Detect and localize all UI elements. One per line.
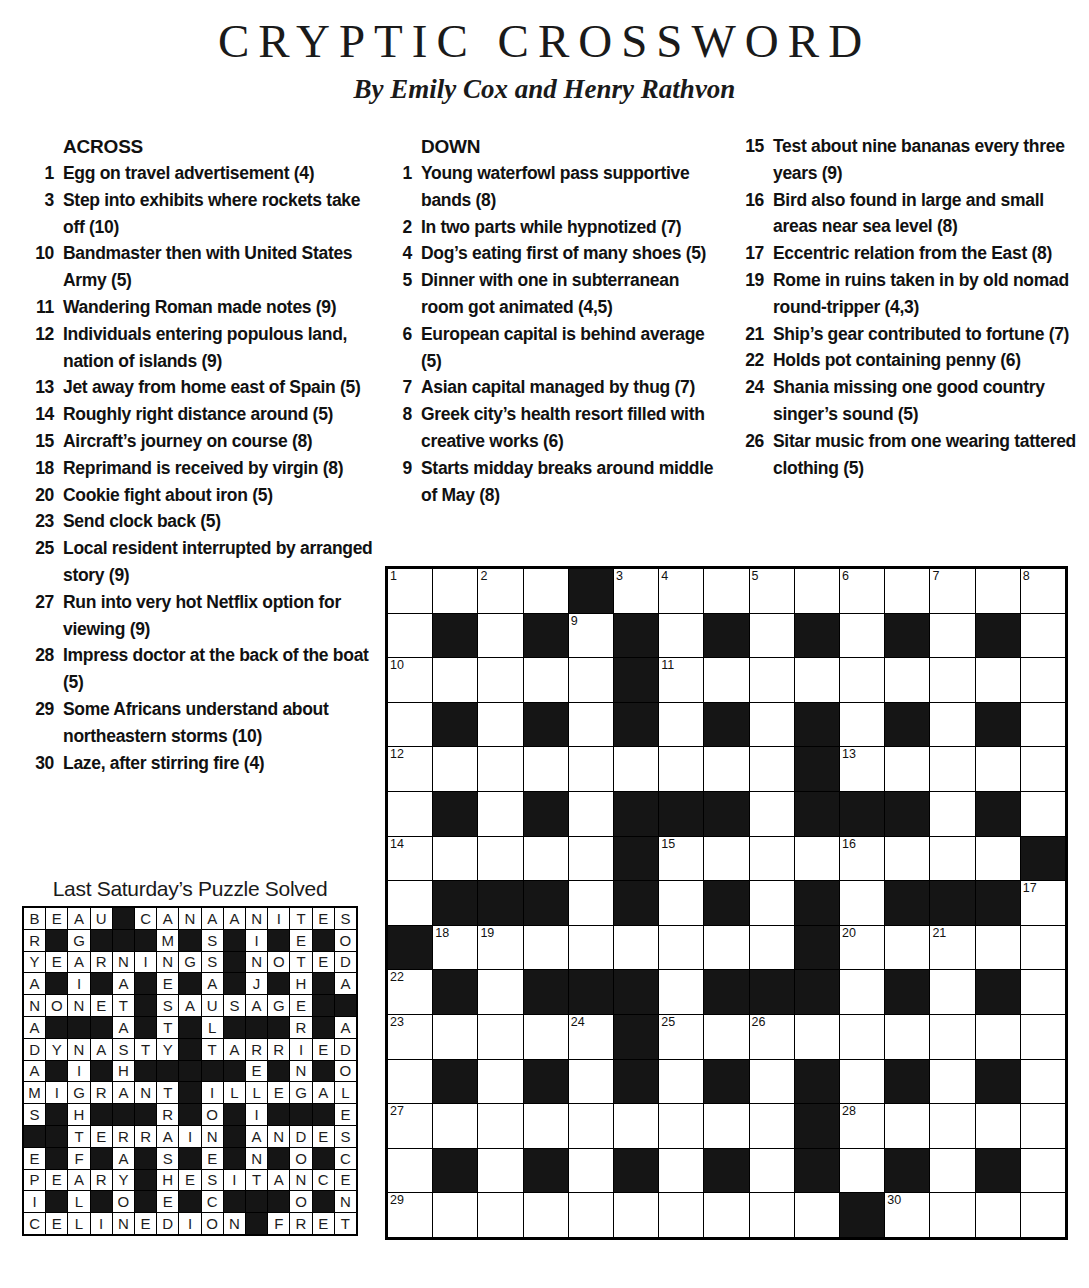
grid-cell-r13c12[interactable] [885, 1104, 929, 1148]
cell-letter: A [74, 1171, 84, 1188]
grid-cell-r2c3[interactable] [478, 614, 522, 658]
black-cell [433, 1060, 477, 1104]
grid-cell-r12c1[interactable] [388, 1060, 432, 1104]
cell-number: 16 [842, 837, 856, 851]
grid-cell-r5c5[interactable] [569, 747, 613, 791]
black-cell [46, 1126, 67, 1147]
clue-27: 27Run into very hot Netflix option for v… [28, 589, 380, 643]
grid-cell-r4c5[interactable] [569, 703, 613, 747]
grid-cell-r5c9: U [202, 995, 223, 1016]
grid-cell-r5c9[interactable] [750, 747, 794, 791]
grid-cell-r9c5[interactable] [569, 926, 613, 970]
grid-cell-r8c1[interactable] [388, 881, 432, 925]
grid-cell-r9c12[interactable] [885, 926, 929, 970]
clue-text: In two parts while hypnotized (7) [421, 214, 724, 241]
grid-cell-r11c11[interactable] [840, 1015, 884, 1059]
cell-letter: G [73, 932, 85, 949]
grid-cell-r13c14[interactable] [976, 1104, 1020, 1148]
grid-cell-r3c13[interactable] [930, 658, 974, 702]
grid-cell-r11c7[interactable]: 25 [659, 1015, 703, 1059]
grid-cell-r15c10[interactable] [795, 1193, 839, 1237]
grid-cell-r10c7[interactable] [659, 970, 703, 1014]
grid-cell-r14c13[interactable] [930, 1149, 974, 1193]
clue-12: 12Individuals entering populous land, na… [28, 321, 380, 375]
clue-13: 13Jet away from home east of Spain (5) [28, 374, 380, 401]
grid-cell-r9c15: L [335, 1082, 356, 1103]
grid-cell-r8c9[interactable] [750, 881, 794, 925]
cell-letter: O [295, 1193, 307, 1210]
grid-cell-r9c3: G [68, 1082, 89, 1103]
grid-cell-r1c7[interactable]: 4 [659, 569, 703, 613]
cell-letter: A [163, 910, 173, 927]
cell-letter: R [162, 1106, 173, 1123]
grid-cell-r9c2[interactable]: 18 [433, 926, 477, 970]
clue-text: Greek city’s health resort filled with c… [421, 401, 724, 455]
grid-cell-r3c12: O [268, 952, 289, 973]
grid-cell-r9c6[interactable] [614, 926, 658, 970]
grid-cell-r1c9[interactable]: 5 [750, 569, 794, 613]
grid-cell-r14c1[interactable] [388, 1149, 432, 1193]
grid-cell-r13c5[interactable] [569, 1104, 613, 1148]
grid-cell-r7c9[interactable] [750, 837, 794, 881]
grid-cell-r3c5[interactable] [569, 658, 613, 702]
grid-cell-r13c2: E [46, 1170, 67, 1191]
cell-letter: N [74, 997, 85, 1014]
grid-cell-r11c9[interactable]: 26 [750, 1015, 794, 1059]
grid-cell-r14c5[interactable] [569, 1149, 613, 1193]
cell-letter: I [55, 1084, 59, 1101]
black-cell [433, 703, 477, 747]
cell-letter: N [207, 1128, 218, 1145]
grid-cell-r7c7[interactable]: 15 [659, 837, 703, 881]
grid-cell-r6c3[interactable] [478, 792, 522, 836]
grid-cell-r8c7[interactable] [659, 881, 703, 925]
grid-cell-r2c3: G [68, 930, 89, 951]
grid-cell-r11c13[interactable] [930, 1015, 974, 1059]
clue-8: 8Greek city’s health resort filled with … [386, 401, 724, 455]
grid-cell-r3c4[interactable] [524, 658, 568, 702]
grid-cell-r9c15[interactable] [1021, 926, 1065, 970]
grid-cell-r5c12[interactable] [885, 747, 929, 791]
grid-cell-r4c1: A [24, 973, 45, 994]
cell-number: 24 [571, 1015, 585, 1029]
grid-cell-r3c9[interactable] [750, 658, 794, 702]
cell-letter: N [340, 1193, 351, 1210]
grid-cell-r3c11[interactable] [840, 658, 884, 702]
black-cell [313, 1017, 334, 1038]
grid-cell-r2c7[interactable] [659, 614, 703, 658]
cell-letter: L [75, 1215, 83, 1232]
grid-cell-r7c13: I [290, 1039, 311, 1060]
grid-cell-r13c8: E [179, 1170, 200, 1191]
cell-letter: E [52, 953, 62, 970]
grid-cell-r2c1[interactable] [388, 614, 432, 658]
black-cell [179, 973, 200, 994]
grid-cell-r5c6[interactable] [614, 747, 658, 791]
clue-text: Sitar music from one wearing tattered cl… [773, 428, 1087, 482]
grid-cell-r13c2[interactable] [433, 1104, 477, 1148]
grid-cell-r13c15[interactable] [1021, 1104, 1065, 1148]
grid-cell-r5c14[interactable] [976, 747, 1020, 791]
grid-cell-r1c6[interactable]: 3 [614, 569, 658, 613]
grid-cell-r6c13: R [290, 1017, 311, 1038]
grid-cell-r15c13[interactable] [930, 1193, 974, 1237]
solved-crossword-grid: BEAUCANAANITESRGMSIEOYEARNINGSNOTEDAIAEA… [22, 906, 358, 1236]
clue-16: 16Bird also found in large and small are… [738, 187, 1087, 241]
grid-cell-r4c9[interactable] [750, 703, 794, 747]
clue-22: 22Holds pot containing penny (6) [738, 347, 1087, 374]
grid-cell-r15c4[interactable] [524, 1193, 568, 1237]
grid-cell-r3c3[interactable] [478, 658, 522, 702]
grid-cell-r15c5[interactable] [569, 1193, 613, 1237]
grid-cell-r12c3[interactable] [478, 1060, 522, 1104]
grid-cell-r3c12[interactable] [885, 658, 929, 702]
grid-cell-r1c12[interactable] [885, 569, 929, 613]
clue-number: 5 [386, 267, 412, 294]
grid-cell-r13c1: P [24, 1170, 45, 1191]
black-cell [46, 1104, 67, 1125]
cell-letter: L [208, 1019, 216, 1036]
grid-cell-r13c15: E [335, 1170, 356, 1191]
clue-text: Cookie fight about iron (5) [63, 482, 380, 509]
cell-letter: S [163, 997, 173, 1014]
grid-cell-r10c3[interactable] [478, 970, 522, 1014]
cell-letter: E [52, 910, 62, 927]
grid-cell-r3c7[interactable]: 11 [659, 658, 703, 702]
grid-cell-r12c9: E [202, 1148, 223, 1169]
grid-cell-r5c11[interactable]: 13 [840, 747, 884, 791]
grid-cell-r8c11[interactable] [840, 881, 884, 925]
grid-cell-r12c9[interactable] [750, 1060, 794, 1104]
grid-cell-r12c13: O [290, 1148, 311, 1169]
grid-cell-r11c1[interactable]: 23 [388, 1015, 432, 1059]
grid-cell-r7c5[interactable] [569, 837, 613, 881]
grid-cell-r15c6[interactable] [614, 1193, 658, 1237]
grid-cell-r11c5[interactable]: 24 [569, 1015, 613, 1059]
grid-cell-r15c3[interactable] [478, 1193, 522, 1237]
grid-cell-r7c12[interactable] [885, 837, 929, 881]
cell-letter: D [340, 953, 351, 970]
grid-cell-r7c5: S [113, 1039, 134, 1060]
cell-number: 9 [571, 614, 578, 628]
clue-15: 15Test about nine bananas every three ye… [738, 133, 1087, 187]
grid-cell-r10c15[interactable] [1021, 970, 1065, 1014]
grid-cell-r11c3[interactable] [478, 1015, 522, 1059]
grid-cell-r4c13[interactable] [930, 703, 974, 747]
grid-cell-r12c5[interactable] [569, 1060, 613, 1104]
clue-text: Local resident interrupted by arranged s… [63, 535, 380, 589]
grid-cell-r9c4[interactable] [524, 926, 568, 970]
grid-cell-r2c11[interactable] [840, 614, 884, 658]
cell-letter: S [207, 953, 217, 970]
grid-cell-r13c4[interactable] [524, 1104, 568, 1148]
cell-letter: E [96, 1128, 106, 1145]
grid-cell-r11c12[interactable] [885, 1015, 929, 1059]
grid-cell-r11c4[interactable] [524, 1015, 568, 1059]
clue-text: Rome in ruins taken in by old nomad roun… [773, 267, 1087, 321]
grid-cell-r12c15[interactable] [1021, 1060, 1065, 1104]
grid-cell-r4c11[interactable] [840, 703, 884, 747]
grid-cell-r11c14: E [313, 1126, 334, 1147]
grid-cell-r11c10[interactable] [795, 1015, 839, 1059]
cell-letter: E [252, 1062, 262, 1079]
grid-cell-r12c11[interactable] [840, 1060, 884, 1104]
grid-cell-r3c10[interactable] [795, 658, 839, 702]
black-cell [91, 1191, 112, 1212]
black-cell [885, 703, 929, 747]
cell-letter: A [30, 975, 40, 992]
grid-cell-r4c15[interactable] [1021, 703, 1065, 747]
grid-cell-r10c13[interactable] [930, 970, 974, 1014]
grid-cell-r15c8[interactable] [704, 1193, 748, 1237]
black-cell [224, 1148, 245, 1169]
black-cell [290, 1104, 311, 1125]
grid-cell-r6c5[interactable] [569, 792, 613, 836]
black-cell [135, 1191, 156, 1212]
grid-cell-r15c5: N [113, 1213, 134, 1234]
black-cell [224, 952, 245, 973]
cell-letter: E [318, 953, 328, 970]
grid-cell-r13c8[interactable] [704, 1104, 748, 1148]
grid-cell-r12c1: E [24, 1148, 45, 1169]
cell-letter: S [30, 1106, 40, 1123]
black-cell [614, 1149, 658, 1193]
cell-letter: E [274, 1084, 284, 1101]
black-cell [246, 1213, 267, 1234]
grid-cell-r6c15[interactable] [1021, 792, 1065, 836]
black-cell [179, 1061, 200, 1082]
clue-text: Step into exhibits where rock­ets take o… [63, 187, 380, 241]
clue-text: European capital is behind aver­age (5) [421, 321, 724, 375]
cell-letter: M [162, 932, 175, 949]
grid-cell-r14c9[interactable] [750, 1149, 794, 1193]
grid-cell-r13c3[interactable] [478, 1104, 522, 1148]
clue-number: 21 [738, 321, 764, 348]
grid-cell-r5c4[interactable] [524, 747, 568, 791]
grid-cell-r1c10: A [224, 908, 245, 929]
cell-number: 26 [752, 1015, 766, 1029]
grid-cell-r2c9[interactable] [750, 614, 794, 658]
grid-cell-r8c15[interactable]: 17 [1021, 881, 1065, 925]
grid-cell-r3c14[interactable] [976, 658, 1020, 702]
grid-cell-r13c13[interactable] [930, 1104, 974, 1148]
grid-cell-r1c15[interactable]: 8 [1021, 569, 1065, 613]
grid-cell-r7c13[interactable] [930, 837, 974, 881]
clue-text: Test about nine bananas every three year… [773, 133, 1087, 187]
grid-cell-r7c4[interactable] [524, 837, 568, 881]
grid-cell-r5c1[interactable]: 12 [388, 747, 432, 791]
grid-cell-r14c15[interactable] [1021, 1149, 1065, 1193]
cell-letter: E [318, 1128, 328, 1145]
cell-letter: N [185, 910, 196, 927]
grid-cell-r6c1[interactable] [388, 792, 432, 836]
grid-cell-r9c8[interactable] [704, 926, 748, 970]
grid-cell-r7c2[interactable] [433, 837, 477, 881]
black-cell [224, 973, 245, 994]
grid-cell-r5c7: S [157, 995, 178, 1016]
grid-cell-r2c13[interactable] [930, 614, 974, 658]
cell-letter: F [274, 1215, 283, 1232]
clue-number: 3 [28, 187, 54, 214]
grid-cell-r9c9[interactable] [750, 926, 794, 970]
grid-cell-r9c11[interactable]: 20 [840, 926, 884, 970]
grid-cell-r10c1[interactable]: 22 [388, 970, 432, 1014]
black-cell [704, 703, 748, 747]
cell-number: 11 [661, 658, 674, 672]
grid-cell-r15c8: I [179, 1213, 200, 1234]
grid-cell-r3c2[interactable] [433, 658, 477, 702]
grid-cell-r5c7[interactable] [659, 747, 703, 791]
grid-cell-r7c4: A [91, 1039, 112, 1060]
grid-cell-r5c15[interactable] [1021, 747, 1065, 791]
grid-cell-r14c3: L [68, 1191, 89, 1212]
grid-cell-r7c11[interactable]: 16 [840, 837, 884, 881]
clue-text: Jet away from home east of Spain (5) [63, 374, 380, 401]
black-cell [313, 930, 334, 951]
black-cell [976, 1149, 1020, 1193]
grid-cell-r12c13[interactable] [930, 1060, 974, 1104]
grid-cell-r15c2[interactable] [433, 1193, 477, 1237]
cell-letter: N [29, 997, 40, 1014]
grid-cell-r13c4: R [91, 1170, 112, 1191]
grid-cell-r7c8[interactable] [704, 837, 748, 881]
black-cell [157, 1061, 178, 1082]
grid-cell-r9c9: I [202, 1082, 223, 1103]
grid-cell-r14c11[interactable] [840, 1149, 884, 1193]
grid-cell-r4c5: A [113, 973, 134, 994]
black-cell [46, 930, 67, 951]
grid-cell-r2c15[interactable] [1021, 614, 1065, 658]
grid-cell-r10c11[interactable] [840, 970, 884, 1014]
black-cell [524, 1060, 568, 1104]
grid-cell-r3c1[interactable]: 10 [388, 658, 432, 702]
grid-cell-r9c3[interactable]: 19 [478, 926, 522, 970]
grid-cell-r14c7[interactable] [659, 1149, 703, 1193]
grid-cell-r7c1[interactable]: 14 [388, 837, 432, 881]
black-cell [885, 1149, 929, 1193]
grid-cell-r1c1[interactable]: 1 [388, 569, 432, 613]
grid-cell-r9c13[interactable]: 21 [930, 926, 974, 970]
grid-cell-r1c3[interactable]: 2 [478, 569, 522, 613]
grid-cell-r11c8[interactable] [704, 1015, 748, 1059]
grid-cell-r5c8[interactable] [704, 747, 748, 791]
cell-letter: R [251, 1041, 262, 1058]
cell-letter: I [255, 1106, 259, 1123]
grid-cell-r9c7[interactable] [659, 926, 703, 970]
cell-letter: H [74, 1106, 85, 1123]
grid-cell-r3c15[interactable] [1021, 658, 1065, 702]
grid-cell-r7c10[interactable] [795, 837, 839, 881]
grid-cell-r15c14[interactable] [976, 1193, 1020, 1237]
grid-cell-r14c3[interactable] [478, 1149, 522, 1193]
grid-cell-r6c9[interactable] [750, 792, 794, 836]
black-cell [795, 747, 839, 791]
cell-letter: F [74, 1150, 83, 1167]
black-cell [976, 970, 1020, 1014]
clue-number: 20 [28, 482, 54, 509]
grid-cell-r3c8[interactable] [704, 658, 748, 702]
black-cell [614, 792, 658, 836]
clue-26: 26Sitar music from one wearing tattered … [738, 428, 1087, 482]
grid-cell-r14c1: I [24, 1191, 45, 1212]
grid-cell-r1c8[interactable] [704, 569, 748, 613]
cell-letter: T [341, 1215, 350, 1232]
grid-cell-r13c7[interactable] [659, 1104, 703, 1148]
grid-cell-r1c11[interactable]: 6 [840, 569, 884, 613]
cell-letter: N [296, 1171, 307, 1188]
grid-cell-r15c1[interactable]: 29 [388, 1193, 432, 1237]
grid-cell-r1c14[interactable] [976, 569, 1020, 613]
grid-cell-r13c11[interactable]: 28 [840, 1104, 884, 1148]
grid-cell-r11c2[interactable] [433, 1015, 477, 1059]
grid-cell-r13c6[interactable] [614, 1104, 658, 1148]
grid-cell-r1c4[interactable] [524, 569, 568, 613]
grid-cell-r12c7[interactable] [659, 1060, 703, 1104]
grid-cell-r11c14[interactable] [976, 1015, 1020, 1059]
grid-cell-r5c2[interactable] [433, 747, 477, 791]
cell-letter: S [340, 1128, 350, 1145]
clue-19: 19Rome in ruins taken in by old nomad ro… [738, 267, 1087, 321]
cell-letter: T [119, 997, 128, 1014]
grid-cell-r15c2: E [46, 1213, 67, 1234]
grid-cell-r9c14[interactable] [976, 926, 1020, 970]
cell-letter: R [296, 1215, 307, 1232]
black-cell [224, 930, 245, 951]
grid-cell-r5c3[interactable] [478, 747, 522, 791]
grid-cell-r4c7[interactable] [659, 703, 703, 747]
grid-cell-r15c9[interactable] [750, 1193, 794, 1237]
cell-letter: C [29, 1215, 40, 1232]
grid-cell-r1c2[interactable] [433, 569, 477, 613]
grid-cell-r7c3[interactable] [478, 837, 522, 881]
black-cell [224, 1061, 245, 1082]
grid-cell-r2c5[interactable]: 9 [569, 614, 613, 658]
grid-cell-r8c5[interactable] [569, 881, 613, 925]
grid-cell-r13c9[interactable] [750, 1104, 794, 1148]
grid-cell-r1c10[interactable] [795, 569, 839, 613]
black-cell [313, 1148, 334, 1169]
cell-letter: R [96, 1171, 107, 1188]
grid-cell-r4c1[interactable] [388, 703, 432, 747]
grid-cell-r4c3[interactable] [478, 703, 522, 747]
clue-23: 23Send clock back (5) [28, 508, 380, 535]
grid-cell-r5c13[interactable] [930, 747, 974, 791]
black-cell [885, 614, 929, 658]
black-cell [433, 881, 477, 925]
cell-letter: N [251, 1150, 262, 1167]
grid-cell-r6c13[interactable] [930, 792, 974, 836]
cell-letter: D [162, 1215, 173, 1232]
grid-cell-r8c3: I [68, 1061, 89, 1082]
black-cell [268, 1061, 289, 1082]
grid-cell-r15c3: L [68, 1213, 89, 1234]
black-cell [268, 1017, 289, 1038]
cell-letter: A [207, 910, 217, 927]
clue-number: 29 [28, 696, 54, 723]
grid-cell-r1c13[interactable]: 7 [930, 569, 974, 613]
grid-cell-r15c12[interactable]: 30 [885, 1193, 929, 1237]
black-cell [46, 1148, 67, 1169]
grid-cell-r3c7: N [157, 952, 178, 973]
clue-number: 7 [386, 374, 412, 401]
grid-cell-r15c7[interactable] [659, 1193, 703, 1237]
cell-letter: N [251, 953, 262, 970]
grid-cell-r15c15[interactable] [1021, 1193, 1065, 1237]
cell-letter: C [340, 1150, 351, 1167]
grid-cell-r11c15[interactable] [1021, 1015, 1065, 1059]
grid-cell-r13c1[interactable]: 27 [388, 1104, 432, 1148]
grid-cell-r7c14[interactable] [976, 837, 1020, 881]
